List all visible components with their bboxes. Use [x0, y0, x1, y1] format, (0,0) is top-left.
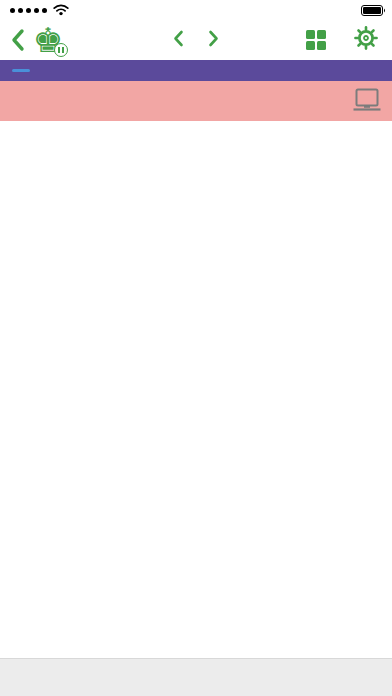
battery-icon: [361, 5, 386, 16]
wifi-icon: [53, 4, 69, 16]
pause-icon: [54, 43, 68, 57]
laptop-icon[interactable]: [352, 88, 382, 117]
chess-king-logo[interactable]: ♚: [28, 22, 68, 58]
turn-banner: [0, 81, 392, 121]
bottom-bar: [0, 658, 392, 696]
chess-board: [10, 121, 382, 493]
learn-badge: [12, 69, 30, 72]
brand-bar: [0, 60, 392, 81]
nav-bar: ♚: [0, 20, 392, 60]
next-puzzle-button[interactable]: [208, 30, 219, 51]
status-bar: [0, 0, 392, 20]
board-container: [10, 121, 382, 493]
prev-puzzle-button[interactable]: [173, 30, 184, 51]
puzzle-list-button[interactable]: [306, 30, 326, 50]
back-button[interactable]: [10, 28, 26, 52]
gear-icon: [354, 26, 378, 50]
info-panel: [0, 493, 392, 658]
settings-button[interactable]: [354, 26, 378, 54]
signal-strength-icon: [10, 8, 47, 13]
